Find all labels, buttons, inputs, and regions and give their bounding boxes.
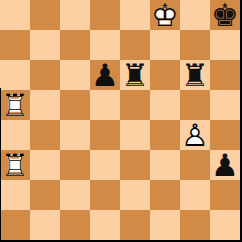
square-c2[interactable] [60, 180, 90, 210]
square-e2[interactable] [120, 180, 150, 210]
square-h5[interactable] [210, 90, 240, 120]
square-h4[interactable] [210, 120, 240, 150]
square-h2[interactable] [210, 180, 240, 210]
square-d1[interactable] [90, 210, 120, 240]
square-f4[interactable] [150, 120, 180, 150]
square-d5[interactable] [90, 90, 120, 120]
king-glyph-fill: ♚ [210, 0, 240, 30]
square-f7[interactable] [150, 30, 180, 60]
rook-glyph-outline: ♖ [0, 90, 30, 120]
square-d7[interactable] [90, 30, 120, 60]
square-h7[interactable] [210, 30, 240, 60]
square-h1[interactable] [210, 210, 240, 240]
square-b7[interactable] [30, 30, 60, 60]
square-d3[interactable] [90, 150, 120, 180]
square-g8[interactable] [180, 0, 210, 30]
square-b5[interactable] [30, 90, 60, 120]
square-e3[interactable] [120, 150, 150, 180]
square-a1[interactable] [0, 210, 30, 240]
square-g5[interactable] [180, 90, 210, 120]
square-e4[interactable] [120, 120, 150, 150]
square-f1[interactable] [150, 210, 180, 240]
piece-black-pawn[interactable]: ♟ [210, 150, 240, 180]
piece-black-rook[interactable]: ♜ [120, 60, 150, 90]
pawn-glyph-fill: ♟ [210, 150, 240, 180]
square-h3[interactable]: ♟ [210, 150, 240, 180]
square-c5[interactable] [60, 90, 90, 120]
square-e8[interactable] [120, 0, 150, 30]
piece-white-rook[interactable]: ♜♖ [0, 90, 30, 120]
rook-glyph-fill: ♜ [180, 60, 210, 90]
square-c1[interactable] [60, 210, 90, 240]
square-h6[interactable] [210, 60, 240, 90]
square-f3[interactable] [150, 150, 180, 180]
rook-glyph-fill: ♜ [120, 60, 150, 90]
square-f2[interactable] [150, 180, 180, 210]
square-e7[interactable] [120, 30, 150, 60]
square-a2[interactable] [0, 180, 30, 210]
square-b1[interactable] [30, 210, 60, 240]
square-d4[interactable] [90, 120, 120, 150]
piece-black-pawn[interactable]: ♟ [90, 60, 120, 90]
square-d8[interactable] [90, 0, 120, 30]
square-c4[interactable] [60, 120, 90, 150]
square-d2[interactable] [90, 180, 120, 210]
square-g2[interactable] [180, 180, 210, 210]
square-a6[interactable] [0, 60, 30, 90]
square-g1[interactable] [180, 210, 210, 240]
pawn-glyph-fill: ♟ [90, 60, 120, 90]
square-b2[interactable] [30, 180, 60, 210]
square-a5[interactable]: ♜♖ [0, 90, 30, 120]
chess-board: ♚♔♚♟♜♜♜♖♟♙♜♖♟ [0, 0, 240, 240]
square-b4[interactable] [30, 120, 60, 150]
king-glyph-outline: ♔ [150, 0, 180, 30]
square-g6[interactable]: ♜ [180, 60, 210, 90]
square-e1[interactable] [120, 210, 150, 240]
chess-app-window: ♚♔♚♟♜♜♜♖♟♙♜♖♟ [0, 0, 242, 242]
square-g4[interactable]: ♟♙ [180, 120, 210, 150]
square-e6[interactable]: ♜ [120, 60, 150, 90]
piece-black-rook[interactable]: ♜ [180, 60, 210, 90]
square-e5[interactable] [120, 90, 150, 120]
square-f6[interactable] [150, 60, 180, 90]
square-g7[interactable] [180, 30, 210, 60]
square-b6[interactable] [30, 60, 60, 90]
square-f8[interactable]: ♚♔ [150, 0, 180, 30]
square-c7[interactable] [60, 30, 90, 60]
square-f5[interactable] [150, 90, 180, 120]
square-a8[interactable] [0, 0, 30, 30]
square-d6[interactable]: ♟ [90, 60, 120, 90]
square-g3[interactable] [180, 150, 210, 180]
square-c6[interactable] [60, 60, 90, 90]
window-edge-left [0, 88, 1, 242]
piece-white-rook[interactable]: ♜♖ [0, 150, 30, 180]
rook-glyph-outline: ♖ [0, 150, 30, 180]
piece-white-pawn[interactable]: ♟♙ [180, 120, 210, 150]
pawn-glyph-outline: ♙ [180, 120, 210, 150]
square-h8[interactable]: ♚ [210, 0, 240, 30]
piece-white-king[interactable]: ♚♔ [150, 0, 180, 30]
square-c3[interactable] [60, 150, 90, 180]
square-b3[interactable] [30, 150, 60, 180]
square-a4[interactable] [0, 120, 30, 150]
piece-black-king[interactable]: ♚ [210, 0, 240, 30]
square-a3[interactable]: ♜♖ [0, 150, 30, 180]
square-c8[interactable] [60, 0, 90, 30]
square-b8[interactable] [30, 0, 60, 30]
square-a7[interactable] [0, 30, 30, 60]
